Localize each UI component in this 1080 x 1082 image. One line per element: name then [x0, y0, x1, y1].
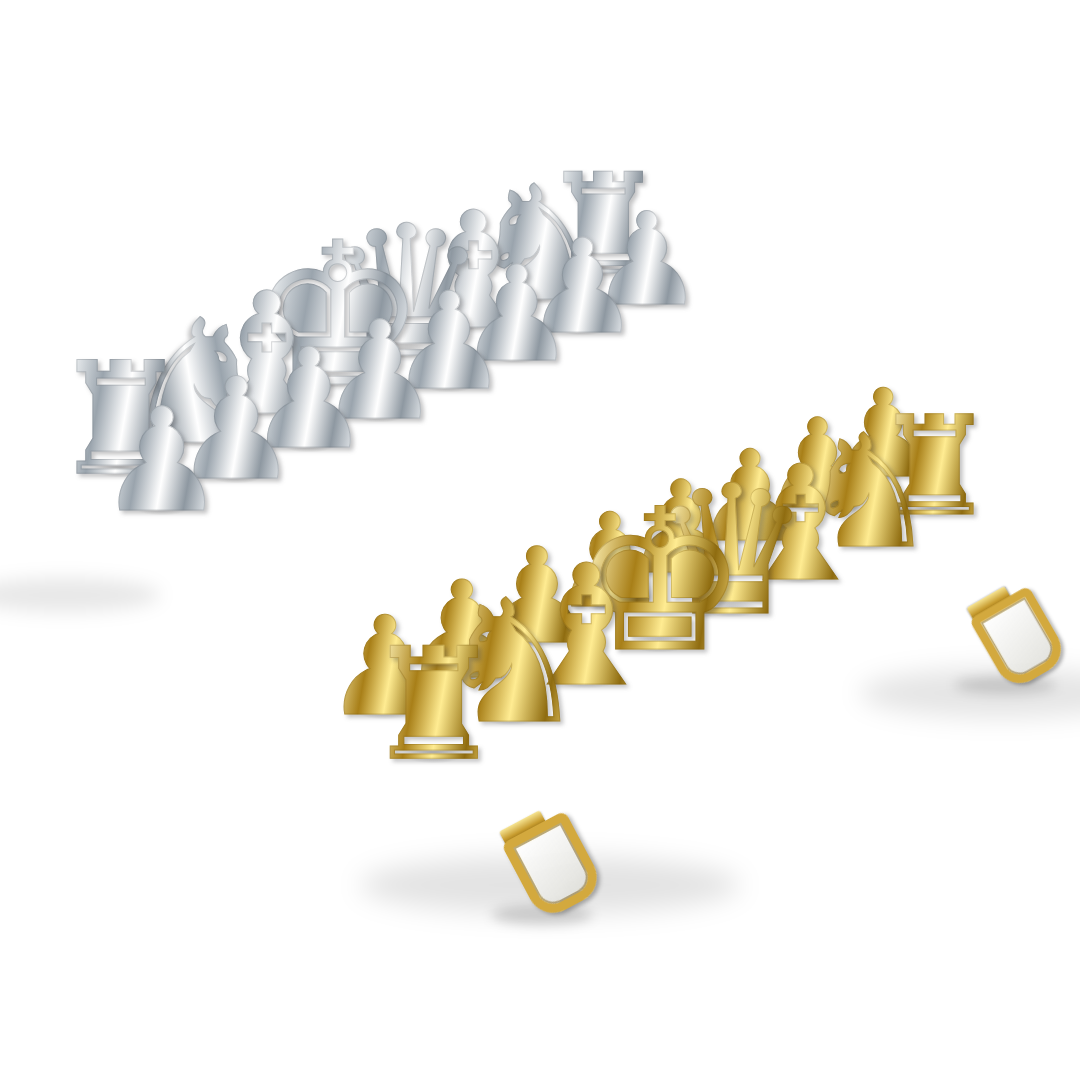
square-b6: [224, 472, 336, 539]
square-b1: [451, 669, 572, 746]
piece-gold-knight-b1: ♞: [426, 577, 596, 747]
piece-silver-bishop-c8: ♝: [182, 270, 351, 439]
square-g5: [618, 359, 725, 420]
square-h5: [684, 331, 790, 391]
square-a2: [326, 663, 447, 740]
square-c5: [341, 477, 454, 544]
square-d3: [504, 521, 618, 590]
piece-silver-pawn-d7: ♟: [312, 303, 448, 439]
piece-silver-rook-h8: ♜: [533, 155, 673, 295]
square-f8: [421, 288, 525, 346]
piece-contact-shadow: [133, 498, 191, 516]
piece-gold-pawn-e2: ♟: [617, 465, 745, 593]
square-d1: [600, 599, 718, 672]
square-f2: [692, 495, 805, 563]
square-b8: [142, 400, 251, 463]
piece-contact-shadow: [906, 501, 963, 519]
piece-gold-pawn-d2: ♟: [545, 497, 675, 627]
fold-seam: [167, 340, 844, 643]
piece-contact-shadow: [310, 371, 364, 388]
square-c2: [478, 593, 596, 666]
piece-contact-shadow: [580, 594, 640, 613]
square-a8: [67, 430, 178, 495]
piece-silver-rook-a8: ♜: [43, 342, 199, 498]
square-d2: [551, 559, 667, 630]
square-f7: [464, 320, 570, 379]
piece-contact-shadow: [490, 348, 543, 365]
piece-contact-shadow: [701, 600, 761, 619]
square-a5: [191, 541, 306, 612]
square-a1: [373, 705, 495, 784]
square-e7: [396, 348, 503, 409]
square-d6: [369, 411, 479, 475]
square-h7: [595, 267, 698, 323]
piece-contact-shadow: [353, 700, 416, 720]
board-grid: [63, 234, 993, 788]
square-e8: [354, 315, 460, 374]
piece-contact-shadow: [771, 566, 830, 584]
piece-silver-king-d8: ♚: [238, 216, 437, 415]
piece-gold-king-d1: ♚: [562, 483, 758, 679]
piece-silver-pawn-e7: ♟: [382, 276, 516, 410]
piece-gold-knight-g1: ♞: [790, 414, 946, 570]
square-a7: [107, 466, 219, 533]
piece-contact-shadow: [621, 293, 673, 309]
square-d4: [458, 483, 571, 550]
square-e3: [575, 489, 688, 557]
piece-silver-pawn-a7: ♟: [90, 390, 233, 533]
square-g7: [530, 293, 635, 351]
square-e6: [439, 382, 547, 444]
piece-silver-pawn-f7: ♟: [451, 249, 583, 381]
piece-gold-bishop-f1: ♝: [721, 445, 880, 604]
square-e1: [672, 565, 788, 637]
chess-board: [0, 190, 1080, 858]
square-g4: [664, 393, 773, 456]
piece-contact-shadow: [447, 315, 500, 331]
square-h2: [826, 433, 937, 498]
piece-contact-shadow: [431, 664, 493, 683]
piece-silver-bishop-f8: ♝: [393, 191, 554, 352]
cast-shadow: [860, 668, 1080, 718]
square-g3: [712, 428, 822, 492]
square-g8: [487, 262, 590, 318]
square-b7: [182, 436, 293, 501]
piece-gold-pawn-b2: ♟: [395, 564, 529, 698]
piece-contact-shadow: [167, 430, 223, 447]
product-photo: ♜♞♝♚♛♝♞♜♟♟♟♟♟♟♟♟♟♟♟♟♟♟♟♟♜♞♝♚♛♝♞♜: [0, 0, 1080, 1082]
square-h3: [778, 398, 887, 461]
square-h8: [552, 236, 654, 291]
square-b5: [267, 509, 381, 578]
piece-silver-pawn-b7: ♟: [166, 360, 306, 500]
piece-contact-shadow: [555, 670, 617, 689]
piece-silver-knight-g8: ♞: [459, 165, 618, 324]
piece-contact-shadow: [506, 628, 567, 647]
piece-contact-shadow: [380, 342, 433, 359]
cast-shadow: [0, 578, 160, 612]
piece-contact-shadow: [281, 436, 337, 453]
piece-contact-shadow: [208, 466, 265, 484]
square-a6: [149, 503, 263, 572]
piece-contact-shadow: [352, 406, 407, 423]
piece-contact-shadow: [839, 533, 897, 551]
piece-contact-shadow: [721, 527, 779, 545]
square-c1: [527, 633, 646, 708]
square-f1: [742, 532, 857, 602]
piece-silver-pawn-g7: ♟: [517, 222, 647, 352]
piece-contact-shadow: [556, 320, 609, 336]
square-f3: [644, 458, 756, 524]
board-border-line: [47, 226, 1009, 799]
square-h1: [877, 469, 989, 535]
piece-silver-knight-b8: ♞: [109, 298, 281, 470]
board-sheen: [0, 190, 1080, 858]
piece-gold-queen-e1: ♛: [642, 462, 821, 641]
square-f5: [552, 387, 661, 449]
square-c8: [214, 371, 322, 433]
front-latch-right: [958, 579, 1057, 685]
square-h4: [730, 364, 838, 425]
square-f4: [597, 422, 707, 486]
square-e5: [483, 417, 593, 481]
square-d7: [326, 377, 434, 439]
piece-contact-shadow: [239, 400, 294, 417]
square-c3: [431, 553, 547, 624]
piece-contact-shadow: [651, 560, 710, 578]
front-latch-near-corner: [490, 804, 593, 915]
square-d8: [285, 343, 392, 403]
square-c7: [255, 406, 364, 470]
piece-gold-bishop-c1: ♝: [503, 543, 670, 710]
piece-contact-shadow: [513, 288, 565, 304]
square-d5: [413, 447, 524, 513]
square-g1: [810, 500, 923, 568]
square-h6: [639, 299, 744, 357]
board-edge-highlight: [393, 508, 1080, 858]
piece-gold-rook-a1: ♜: [356, 628, 511, 783]
piece-silver-pawn-h7: ♟: [583, 196, 711, 324]
square-f6: [507, 354, 614, 415]
piece-gold-pawn-g2: ♟: [756, 403, 880, 527]
square-e4: [528, 452, 639, 518]
square-e2: [623, 527, 738, 597]
square-a4: [235, 581, 352, 654]
piece-gold-pawn-f2: ♟: [687, 434, 813, 560]
square-c6: [297, 441, 408, 506]
square-g6: [574, 326, 680, 385]
square-b3: [356, 587, 473, 660]
square-a3: [279, 621, 398, 696]
piece-gold-rook-h1: ♜: [866, 398, 1003, 535]
square-g2: [760, 464, 872, 530]
piece-contact-shadow: [789, 495, 846, 513]
piece-gold-pawn-h2: ♟: [822, 374, 944, 496]
piece-silver-pawn-c7: ♟: [240, 331, 378, 469]
piece-contact-shadow: [401, 744, 466, 764]
piece-gold-pawn-c2: ♟: [471, 530, 603, 662]
piece-silver-queen-e8: ♛: [315, 202, 497, 384]
square-b4: [311, 547, 427, 618]
piece-contact-shadow: [855, 464, 911, 481]
board-edge-highlight: [0, 453, 398, 858]
piece-contact-shadow: [577, 261, 628, 277]
piece-contact-shadow: [479, 707, 542, 727]
piece-contact-shadow: [422, 376, 476, 393]
piece-gold-pawn-a2: ♟: [317, 599, 454, 736]
square-b2: [403, 627, 522, 702]
piece-contact-shadow: [629, 634, 690, 653]
piece-contact-shadow: [92, 460, 149, 478]
square-c4: [385, 515, 499, 584]
